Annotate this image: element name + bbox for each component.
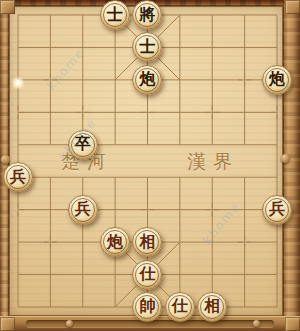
board-point[interactable] [164, 64, 196, 96]
piece-glyph: 兵 [10, 169, 26, 185]
board-point[interactable] [164, 226, 196, 258]
xiangqi-game-screen: 楚河 漢界 士將士炮炮卒兵兵兵炮相仕帥仕相 khome khome khome [0, 0, 300, 331]
board-point[interactable] [131, 161, 163, 193]
piece-red-advisor[interactable]: 仕 [132, 260, 162, 290]
board-point[interactable] [34, 291, 66, 323]
frame-knob-icon [281, 154, 290, 163]
frame-corner [285, 317, 300, 331]
board-point[interactable] [228, 258, 260, 290]
frame-corner [285, 0, 300, 14]
board-point[interactable] [196, 226, 228, 258]
piece-glyph: 仕 [139, 266, 155, 282]
board-point[interactable] [261, 226, 293, 258]
board-point[interactable] [131, 193, 163, 225]
board-point[interactable] [164, 31, 196, 63]
piece-glyph: 帥 [139, 298, 155, 314]
board-point[interactable] [99, 258, 131, 290]
board-point[interactable] [228, 129, 260, 161]
board-point[interactable] [164, 258, 196, 290]
piece-glyph: 相 [139, 234, 155, 250]
board-point[interactable] [34, 0, 66, 31]
board-point[interactable] [131, 129, 163, 161]
board-point[interactable] [228, 226, 260, 258]
piece-glyph: 仕 [172, 298, 188, 314]
piece-glyph: 兵 [75, 201, 91, 217]
board-point[interactable] [67, 291, 99, 323]
board-point[interactable] [2, 31, 34, 63]
board-point[interactable] [99, 64, 131, 96]
piece-red-soldier[interactable]: 兵 [262, 195, 292, 225]
board-point[interactable] [2, 193, 34, 225]
piece-glyph: 炮 [107, 234, 123, 250]
board-point[interactable] [67, 226, 99, 258]
board-point[interactable] [164, 96, 196, 128]
piece-glyph: 士 [139, 39, 155, 55]
board-point[interactable] [34, 193, 66, 225]
board-point[interactable] [2, 226, 34, 258]
board-point[interactable] [228, 64, 260, 96]
board-point[interactable] [131, 96, 163, 128]
piece-black-advisor[interactable]: 士 [100, 0, 130, 30]
board-point[interactable] [67, 161, 99, 193]
board-point[interactable] [99, 31, 131, 63]
piece-red-soldier[interactable]: 兵 [3, 162, 33, 192]
board-point[interactable] [67, 64, 99, 96]
piece-red-cannon[interactable]: 炮 [100, 227, 130, 257]
board-point[interactable] [67, 96, 99, 128]
piece-glyph: 將 [139, 7, 155, 23]
piece-glyph: 相 [204, 298, 220, 314]
board-point[interactable] [2, 96, 34, 128]
frame-corner [0, 0, 15, 14]
board-point[interactable] [164, 161, 196, 193]
board-point[interactable] [196, 0, 228, 31]
board-point[interactable] [196, 193, 228, 225]
piece-glyph: 炮 [139, 71, 155, 87]
board-point[interactable] [164, 0, 196, 31]
board-point[interactable] [164, 193, 196, 225]
piece-black-cannon[interactable]: 炮 [262, 65, 292, 95]
board-point[interactable] [228, 291, 260, 323]
board-point[interactable] [99, 193, 131, 225]
piece-glyph: 兵 [269, 201, 285, 217]
frame-corner [0, 317, 15, 331]
board-point[interactable] [196, 31, 228, 63]
board-point[interactable] [196, 96, 228, 128]
board-point[interactable] [99, 96, 131, 128]
board-point[interactable] [34, 161, 66, 193]
board-point[interactable] [34, 258, 66, 290]
board-point[interactable] [196, 258, 228, 290]
board-point[interactable] [67, 0, 99, 31]
board-point[interactable] [34, 64, 66, 96]
board-point[interactable] [196, 64, 228, 96]
board-point[interactable] [228, 0, 260, 31]
board-point[interactable] [67, 31, 99, 63]
board-point[interactable] [99, 161, 131, 193]
piece-red-soldier[interactable]: 兵 [68, 195, 98, 225]
board-point[interactable] [34, 129, 66, 161]
board-point[interactable] [261, 96, 293, 128]
board-point[interactable] [228, 31, 260, 63]
board-point[interactable] [196, 161, 228, 193]
piece-glyph: 士 [107, 7, 123, 23]
frame-knob-icon [66, 320, 73, 327]
board-point[interactable] [228, 193, 260, 225]
board-point[interactable] [34, 226, 66, 258]
board-point[interactable] [196, 129, 228, 161]
board-point[interactable] [67, 258, 99, 290]
board-point[interactable] [34, 31, 66, 63]
board-point[interactable] [34, 96, 66, 128]
piece-red-elephant[interactable]: 相 [197, 292, 227, 322]
board-point[interactable] [228, 161, 260, 193]
board-point[interactable] [261, 258, 293, 290]
frame-knob-icon [1, 155, 10, 164]
piece-red-advisor[interactable]: 仕 [165, 292, 195, 322]
xiangqi-board: 士將士炮炮卒兵兵兵炮相仕帥仕相 [2, 0, 293, 323]
piece-glyph: 卒 [75, 136, 91, 152]
piece-black-soldier[interactable]: 卒 [68, 130, 98, 160]
board-point[interactable] [99, 129, 131, 161]
board-point[interactable] [99, 291, 131, 323]
board-point[interactable] [261, 161, 293, 193]
board-point[interactable] [2, 64, 34, 96]
board-point[interactable] [228, 96, 260, 128]
board-point[interactable] [2, 258, 34, 290]
frame-knob-icon [253, 320, 260, 327]
board-point[interactable] [261, 31, 293, 63]
piece-glyph: 炮 [269, 71, 285, 87]
board-point[interactable] [164, 129, 196, 161]
